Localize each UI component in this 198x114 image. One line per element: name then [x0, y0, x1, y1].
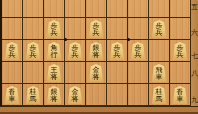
square-6h[interactable] [65, 62, 86, 84]
piece-lance[interactable]: 香車 [173, 86, 188, 104]
square-4i[interactable] [107, 84, 128, 106]
square-6i[interactable]: 金将 [65, 84, 86, 106]
piece-pawn[interactable]: 歩兵 [5, 42, 20, 60]
square-8g[interactable]: 歩兵 [23, 40, 44, 62]
piece-pawn[interactable]: 歩兵 [26, 42, 41, 60]
piece-lance[interactable]: 香車 [5, 86, 20, 104]
piece-kanji: 兵 [131, 52, 146, 59]
square-3e[interactable] [128, 0, 149, 18]
square-9i[interactable]: 香車 [2, 84, 23, 106]
piece-kanji: 行 [47, 52, 62, 59]
piece-gold-general[interactable]: 金将 [68, 86, 83, 104]
board-frame-bottom [0, 106, 198, 114]
piece-kanji: 馬 [26, 96, 41, 103]
square-8e[interactable] [23, 0, 44, 18]
piece-kanji: 兵 [47, 30, 62, 37]
square-1f[interactable] [170, 18, 191, 40]
piece-kanji: 兵 [26, 52, 41, 59]
square-7i[interactable]: 銀将 [44, 84, 65, 106]
piece-kanji: 兵 [89, 30, 104, 37]
piece-kanji: 将 [89, 74, 104, 81]
square-5f[interactable]: 歩兵 [86, 18, 107, 40]
square-2e[interactable] [149, 0, 170, 18]
piece-silver-general[interactable]: 銀将 [47, 86, 62, 104]
piece-kanji: 兵 [5, 52, 20, 59]
square-5e[interactable] [86, 0, 107, 18]
piece-pawn[interactable]: 歩兵 [110, 42, 125, 60]
piece-kanji: 車 [5, 96, 20, 103]
square-6e[interactable] [65, 0, 86, 18]
rank-label-5: 五 [191, 3, 198, 11]
piece-pawn[interactable]: 歩兵 [131, 42, 146, 60]
square-4g[interactable]: 歩兵 [107, 40, 128, 62]
square-3h[interactable] [128, 62, 149, 84]
star-point [64, 38, 67, 41]
square-9h[interactable] [2, 62, 23, 84]
star-point [127, 38, 130, 41]
rank-label-7: 七 [191, 52, 198, 60]
square-3f[interactable] [128, 18, 149, 40]
piece-kanji: 将 [89, 52, 104, 59]
square-6f[interactable] [65, 18, 86, 40]
square-9g[interactable]: 歩兵 [2, 40, 23, 62]
shogi-board: 歩兵歩兵歩兵歩兵歩兵角行歩兵銀将歩兵歩兵歩兵王将金将飛車香車桂馬銀将金将桂馬香車 [2, 0, 191, 106]
shogi-game-screenshot: 歩兵歩兵歩兵歩兵歩兵角行歩兵銀将歩兵歩兵歩兵王将金将飛車香車桂馬銀将金将桂馬香車… [0, 0, 198, 114]
piece-pawn[interactable]: 歩兵 [68, 42, 83, 60]
piece-bishop[interactable]: 角行 [47, 42, 62, 60]
piece-kanji: 兵 [152, 30, 167, 37]
piece-kanji: 将 [68, 96, 83, 103]
piece-rook[interactable]: 飛車 [152, 64, 167, 82]
square-8h[interactable] [23, 62, 44, 84]
square-5g[interactable]: 銀将 [86, 40, 107, 62]
square-1i[interactable]: 香車 [170, 84, 191, 106]
piece-pawn[interactable]: 歩兵 [173, 42, 188, 60]
square-5i[interactable] [86, 84, 107, 106]
piece-gold-general[interactable]: 金将 [89, 64, 104, 82]
square-8i[interactable]: 桂馬 [23, 84, 44, 106]
piece-kanji: 馬 [152, 96, 167, 103]
square-7f[interactable]: 歩兵 [44, 18, 65, 40]
rank-label-9: 九 [191, 96, 198, 104]
square-2g[interactable] [149, 40, 170, 62]
square-8f[interactable] [23, 18, 44, 40]
square-1e[interactable] [170, 0, 191, 18]
square-7e[interactable] [44, 0, 65, 18]
piece-king[interactable]: 王将 [47, 64, 62, 82]
square-9e[interactable] [2, 0, 23, 18]
square-7h[interactable]: 王将 [44, 62, 65, 84]
piece-pawn[interactable]: 歩兵 [89, 20, 104, 38]
piece-silver-general[interactable]: 銀将 [89, 42, 104, 60]
square-1h[interactable] [170, 62, 191, 84]
piece-kanji: 車 [152, 74, 167, 81]
piece-kanji: 兵 [110, 52, 125, 59]
piece-kanji: 兵 [173, 52, 188, 59]
square-3i[interactable] [128, 84, 149, 106]
square-9f[interactable] [2, 18, 23, 40]
square-4e[interactable] [107, 0, 128, 18]
square-4f[interactable] [107, 18, 128, 40]
square-2f[interactable]: 歩兵 [149, 18, 170, 40]
square-4h[interactable] [107, 62, 128, 84]
piece-pawn[interactable]: 歩兵 [152, 20, 167, 38]
square-7g[interactable]: 角行 [44, 40, 65, 62]
square-2i[interactable]: 桂馬 [149, 84, 170, 106]
piece-knight[interactable]: 桂馬 [26, 86, 41, 104]
square-3g[interactable]: 歩兵 [128, 40, 149, 62]
piece-kanji: 兵 [68, 52, 83, 59]
piece-kanji: 将 [47, 96, 62, 103]
square-2h[interactable]: 飛車 [149, 62, 170, 84]
rank-label-8: 八 [191, 69, 198, 77]
rank-label-strip: 五六七八九 [191, 0, 198, 106]
rank-label-6: 六 [191, 29, 198, 37]
piece-pawn[interactable]: 歩兵 [47, 20, 62, 38]
piece-kanji: 将 [47, 74, 62, 81]
piece-knight[interactable]: 桂馬 [152, 86, 167, 104]
square-5h[interactable]: 金将 [86, 62, 107, 84]
piece-kanji: 車 [173, 96, 188, 103]
square-1g[interactable]: 歩兵 [170, 40, 191, 62]
square-6g[interactable]: 歩兵 [65, 40, 86, 62]
